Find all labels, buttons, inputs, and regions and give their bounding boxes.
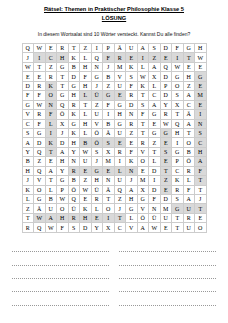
grid-cell: D [161,44,173,53]
grid-cell-solution: T [161,167,173,176]
grid-cell: V [23,110,35,119]
grid-cell: E [195,63,207,72]
grid-cell-solution: T [184,53,196,62]
grid-cell: A [149,101,161,110]
grid-cell-solution: I [103,214,115,223]
grid-cell: F [184,186,196,195]
grid-cell: A [23,138,35,147]
grid-cell-solution: I [34,53,46,62]
grid-cell: L [184,176,196,185]
grid-cell: H [23,167,35,176]
grid-cell-solution: E [161,157,173,166]
grid-cell: D [57,138,69,147]
grid-cell: G [69,82,81,91]
grid-cell-solution: Ö [92,138,104,147]
grid-cell: Z [46,63,58,72]
grid-cell: S [69,223,81,232]
grid-cell: M [138,176,150,185]
grid-cell-solution: C [46,53,58,62]
grid-cell: Z [184,82,196,91]
grid-cell: K [69,53,81,62]
grid-cell: X [138,186,150,195]
grid-cell: E [34,72,46,81]
grid-cell: Q [115,186,127,195]
puzzle-title: Rätsel: Themen in Praktischer Philosophi… [0,5,228,14]
grid-cell: B [184,148,196,157]
grid-cell: Y [69,148,81,157]
grid-cell: V [34,176,46,185]
grid-cell: H [80,120,92,129]
grid-cell: T [138,91,150,100]
grid-cell-solution: I [172,53,184,62]
grid-cell: M [115,63,127,72]
grid-cell-solution: G [92,167,104,176]
grid-cell: F [126,148,138,157]
grid-cell: Q [57,101,69,110]
grid-cell: F [126,82,138,91]
grid-cell: W [138,72,150,81]
grid-cell: W [46,223,58,232]
grid-cell: Z [92,101,104,110]
grid-cell: J [23,176,35,185]
grid-cell: Ä [103,129,115,138]
grid-cell: Y [92,223,104,232]
grid-cell: O [172,82,184,91]
grid-cell: A [184,195,196,204]
grid-cell: J [115,204,127,213]
grid-cell: H [69,138,81,147]
grid-cell: O [184,138,196,147]
grid-cell: J [126,176,138,185]
grid-cell: L [23,195,35,204]
grid-cell: S [138,101,150,110]
grid-cell: K [80,204,92,213]
worksheet-page: { "game": "word-search (Wortsalat / Such… [0,0,228,323]
grid-cell-solution: Z [161,176,173,185]
grid-cell-solution: E [80,167,92,176]
grid-cell: E [46,157,58,166]
grid-cell: F [23,91,35,100]
grid-cell: G [34,129,46,138]
grid-cell: Ä [184,110,196,119]
grid-cell: K [126,63,138,72]
grid-cell-solution: R [69,167,81,176]
answer-lines-section [12,239,216,306]
grid-cell: D [23,82,35,91]
grid-cell: L [80,110,92,119]
grid-cell: I [172,138,184,147]
grid-cell: R [184,214,196,223]
grid-cell: G [57,63,69,72]
grid-cell: X [103,148,115,157]
grid-cell-solution: E [161,186,173,195]
grid-cell: X [57,120,69,129]
grid-cell: T [57,82,69,91]
grid-cell: K [69,129,81,138]
grid-cell: L [46,186,58,195]
grid-cell: B [69,176,81,185]
grid-cell: R [57,44,69,53]
grid-cell: X [149,72,161,81]
grid-cell: B [69,63,81,72]
grid-cell: T [80,101,92,110]
grid-cell: G [172,148,184,157]
grid-cell-solution: A [46,214,58,223]
answer-line [119,266,216,279]
grid-cell: Z [80,176,92,185]
grid-cell-solution: E [126,53,138,62]
grid-cell: O [57,204,69,213]
grid-cell: V [92,120,104,129]
grid-cell: F [172,44,184,53]
grid-cell-solution: H [195,148,207,157]
grid-cell: G [23,101,35,110]
grid-cell: F [34,91,46,100]
grid-cell: C [149,91,161,100]
grid-cell: Z [80,44,92,53]
grid-cell: T [57,72,69,81]
grid-cell-solution: I [195,110,207,119]
grid-cell: Q [34,223,46,232]
grid-cell: F [149,195,161,204]
grid-cell: T [46,176,58,185]
grid-cell-solution: H [57,214,69,223]
grid-cell: Z [23,204,35,213]
grid-cell: F [34,120,46,129]
answer-line [119,239,216,252]
grid-cell: E [161,223,173,232]
grid-cell: C [184,101,196,110]
grid-cell: E [126,138,138,147]
grid-cell: A [57,148,69,157]
grid-cell: J [23,53,35,62]
grid-cell: M [161,204,173,213]
grid-cell: S [172,195,184,204]
grid-cell: D [161,72,173,81]
grid-cell: A [138,223,150,232]
grid-cell: U [126,44,138,53]
grid-cell-solution: G [195,72,207,81]
grid-cell: A [149,63,161,72]
grid-cell: H [184,72,196,81]
grid-cell: J [92,157,104,166]
grid-cell-solution: B [80,138,92,147]
grid-cell: Ä [103,186,115,195]
grid-cell: C [115,223,127,232]
grid-cell: Ö [92,129,104,138]
grid-cell: O [138,157,150,166]
grid-cell: X [172,101,184,110]
grid-cell: T [172,110,184,119]
grid-cell: A [184,120,196,129]
grid-cell: W [23,63,35,72]
grid-cell-solution: L [46,120,58,129]
grid-cell: D [34,138,46,147]
grid-cell: K [172,176,184,185]
grid-cell: F [138,110,150,119]
answer-line [119,279,216,292]
grid-cell-solution: E [195,101,207,110]
grid-cell: E [184,63,196,72]
grid-cell: R [23,223,35,232]
grid-cell: F [57,223,69,232]
grid-cell: R [69,101,81,110]
grid-cell: W [195,53,207,62]
grid-cell: H [92,176,104,185]
grid-cell: M [103,157,115,166]
grid-cell: F [80,72,92,81]
grid-cell: Ä [115,44,127,53]
grid-cell: R [126,91,138,100]
grid-cell-solution: Ü [92,91,104,100]
grid-cell-solution: G [161,129,173,138]
grid-cell-solution: E [103,167,115,176]
grid-cell: L [92,204,104,213]
instruction-text: In diesem Wortsalat sind 10 Wörter verst… [0,30,228,38]
grid-cell-solution: H [57,53,69,62]
grid-cell: G [126,204,138,213]
grid-cell: A [126,186,138,195]
grid-cell: P [103,44,115,53]
grid-cell: L [149,82,161,91]
grid-cell-solution: E [195,82,207,91]
grid-cell-solution: T [195,204,207,213]
grid-cell: B [103,120,115,129]
grid-cell: Ü [92,186,104,195]
grid-cell: H [195,44,207,53]
grid-cell: O [34,186,46,195]
grid-cell: D [80,223,92,232]
grid-cell-solution: K [46,82,58,91]
grid-cell: V [138,204,150,213]
grid-cell: S [23,129,35,138]
header: Rätsel: Themen in Praktischer Philosophi… [0,0,228,38]
grid-cell: I [92,44,104,53]
grid-cell-solution: F [195,167,207,176]
grid-cell: H [115,110,127,119]
grid-cell: U [46,204,58,213]
grid-cell: I [103,110,115,119]
grid-cell: U [115,82,127,91]
grid-cell: L [126,214,138,223]
grid-cell-solution: S [161,148,173,157]
grid-cell: K [69,110,81,119]
grid-cell: T [149,148,161,157]
grid-cell: J [92,82,104,91]
answer-lines-column-left [12,239,109,306]
grid-cell: R [34,82,46,91]
grid-cell: W [149,223,161,232]
grid-cell-solution: L [115,167,127,176]
grid-cell: R [161,110,173,119]
grid-cell: H [69,91,81,100]
grid-cell-solution: F [103,53,115,62]
grid-cell: G [57,91,69,100]
grid-cell: N [149,204,161,213]
grid-cell: Ö [184,157,196,166]
grid-cell: E [46,44,58,53]
grid-cell: Z [103,82,115,91]
grid-cell: J [103,63,115,72]
grid-cell-solution: E [92,214,104,223]
grid-cell: D [161,91,173,100]
grid-cell: J [195,195,207,204]
answer-line [12,239,109,252]
grid-cell-solution: N [126,167,138,176]
grid-cell: C [23,120,35,129]
grid-cell: W [172,63,184,72]
grid-cell: Ö [57,110,69,119]
grid-cell-solution: T [195,176,207,185]
grid-cell: R [34,110,46,119]
grid-cell-solution: K [46,138,58,147]
answer-line [119,252,216,265]
grid-cell: G [172,72,184,81]
grid-cell: Z [34,157,46,166]
solution-label: LÖSUNG [0,14,228,23]
grid-cell: H [172,129,184,138]
grid-cell: E [149,120,161,129]
grid-cell: Y [57,167,69,176]
answer-line [12,279,109,292]
grid-cell: J [57,129,69,138]
grid-cell: B [46,195,58,204]
answer-line [119,292,216,305]
grid-cell: B [103,72,115,81]
grid-cell-solution: U [184,204,196,213]
grid-cell: E [80,195,92,204]
grid-cell: P [161,82,173,91]
grid-cell-solution: I [46,129,58,138]
grid-cell: H [126,195,138,204]
grid-cell-solution: N [46,101,58,110]
grid-cell: V [126,223,138,232]
grid-cell: S [172,91,184,100]
grid-cell: T [195,186,207,195]
grid-cell-solution: T [115,214,127,223]
grid-cell-solution: L [80,91,92,100]
grid-cell: S [92,148,104,157]
grid-cell: G [69,120,81,129]
grid-cell: Ö [69,186,81,195]
grid-cell-solution: S [103,138,115,147]
grid-cell: Q [34,167,46,176]
grid-cell: W [34,101,46,110]
grid-cell: Q [69,195,81,204]
grid-cell: U [115,176,127,185]
grid-cell: I [115,157,127,166]
grid-cell: Ä [34,204,46,213]
grid-cell: K [126,157,138,166]
grid-cell: V [115,72,127,81]
grid-cell: T [184,129,196,138]
grid-cell: W [161,120,173,129]
grid-cell: W [80,186,92,195]
grid-cell: Y [161,101,173,110]
grid-cell: R [115,148,127,157]
grid-cell: Z [149,138,161,147]
grid-cell: T [138,120,150,129]
grid-cell: N [126,110,138,119]
grid-cell-solution: N [195,120,207,129]
grid-cell: Q [161,63,173,72]
grid-cell: Q [34,148,46,157]
answer-lines-column-right [119,239,216,306]
grid-cell: P [57,186,69,195]
grid-cell: K [138,82,150,91]
grid-cell: K [23,186,35,195]
grid-cell: R [126,120,138,129]
grid-cell: G [115,101,127,110]
grid-cell: D [126,101,138,110]
grid-cell: R [46,72,58,81]
grid-cell: G [57,176,69,185]
grid-cell: Ü [69,204,81,213]
grid-cell-solution: E [115,91,127,100]
grid-cell: D [161,195,173,204]
grid-cell: T [138,129,150,138]
grid-cell: G [92,72,104,81]
grid-cell-solution: F [46,110,58,119]
grid-cell: E [195,214,207,223]
answer-line [12,266,109,279]
grid-cell: S [149,44,161,53]
grid-cell: A [46,167,58,176]
grid-cell-solution: G [172,204,184,213]
grid-cell-solution: E [161,138,173,147]
grid-cell: E [138,167,150,176]
grid-cell: V [138,148,150,157]
answer-line [12,292,109,305]
grid-cell: G [149,129,161,138]
grid-cell-solution: R [115,53,127,62]
grid-cell: T [69,44,81,53]
grid-cell: G [149,110,161,119]
grid-cell: Y [23,148,35,157]
grid-cell: X [103,223,115,232]
grid-cell: H [80,82,92,91]
grid-cell: R [172,186,184,195]
grid-cell: T [23,214,35,223]
grid-cell-solution: E [115,138,127,147]
grid-cell: A [184,91,196,100]
grid-cell: L [138,63,150,72]
grid-cell: T [172,214,184,223]
grid-cell: G [115,120,127,129]
grid-cell: L [80,53,92,62]
grid-cell: U [92,110,104,119]
grid-cell: R [184,167,196,176]
grid-cell: Q [23,44,35,53]
grid-cell: O [103,204,115,213]
grid-cell: Ö [138,214,150,223]
grid-cell: N [103,176,115,185]
grid-cell: W [80,148,92,157]
grid-cell-solution: I [138,53,150,62]
grid-cell-solution: O [46,91,58,100]
grid-cell: R [92,195,104,204]
grid-cell-solution: E [161,53,173,62]
grid-cell: Q [92,53,104,62]
grid-cell: T [34,63,46,72]
grid-cell: E [23,72,35,81]
grid-cell: B [23,157,35,166]
grid-cell-solution: G [103,91,115,100]
grid-cell-solution: Z [149,53,161,62]
grid-cell: Z [126,129,138,138]
grid-cell: C [172,167,184,176]
grid-cell: L [149,157,161,166]
